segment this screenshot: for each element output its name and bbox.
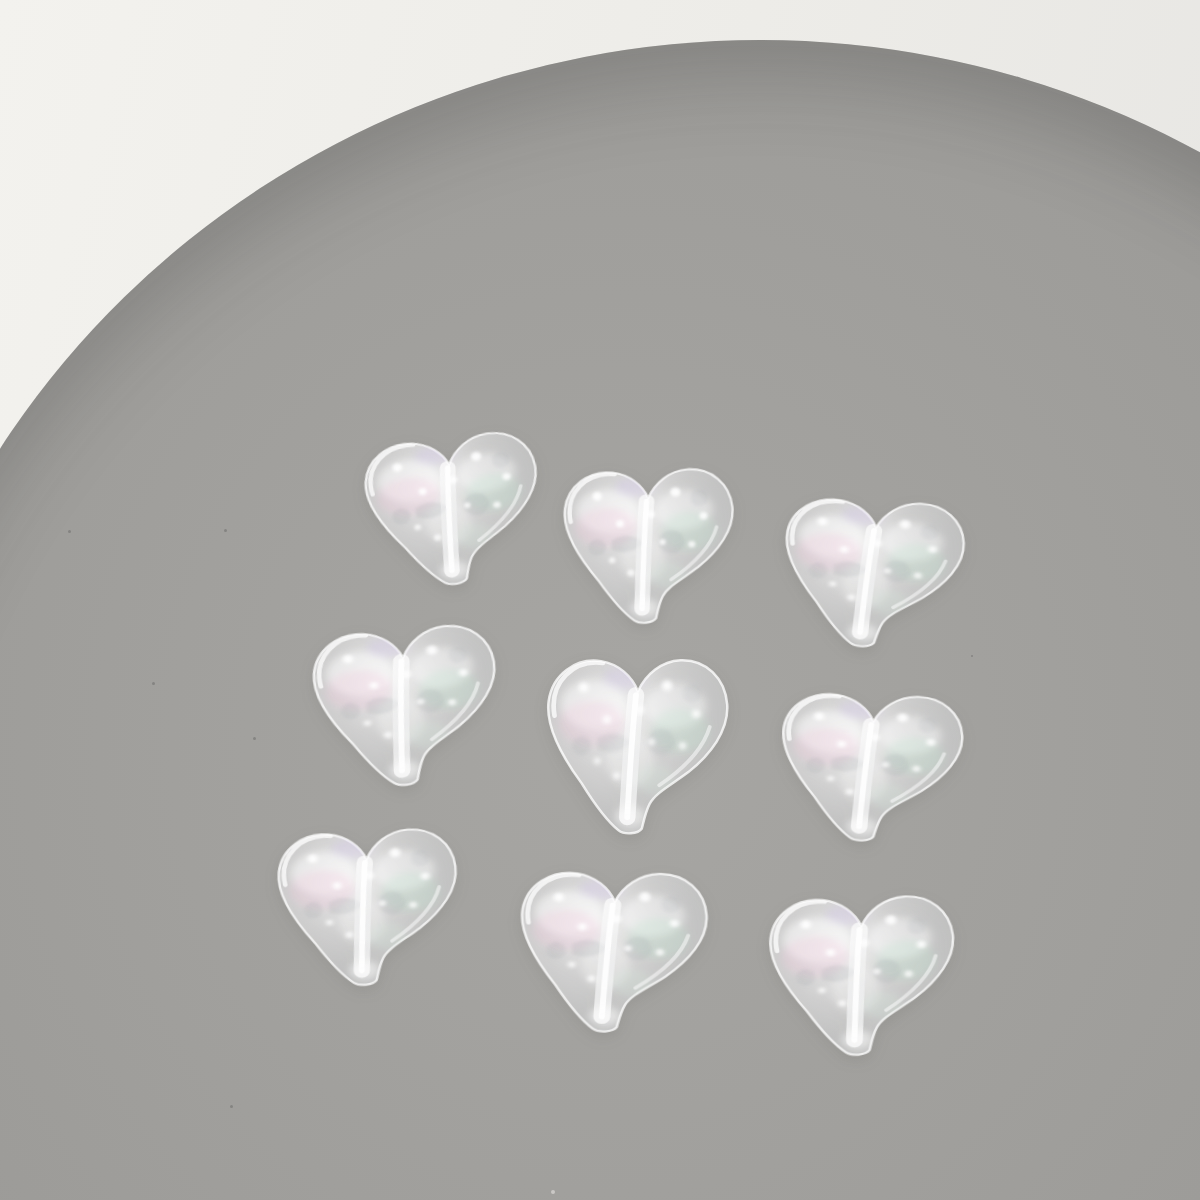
heart-bead [300,611,510,795]
heart-bead [511,860,714,1035]
dust-speck [551,1190,555,1194]
dust-speck [230,1105,233,1108]
dust-speck [971,655,973,657]
heart-bead [267,816,467,992]
photo-scene [0,0,1200,1200]
heart-bead [554,456,742,627]
heart-bead [539,648,733,836]
heart-bead [759,884,963,1061]
heart-bead [351,417,554,596]
dust-speck [152,682,155,685]
dust-speck [68,530,71,533]
dust-speck [253,737,256,740]
dust-speck [224,529,227,532]
beads-grid [0,0,1200,1200]
heart-bead [770,682,969,847]
heart-bead [772,486,972,654]
